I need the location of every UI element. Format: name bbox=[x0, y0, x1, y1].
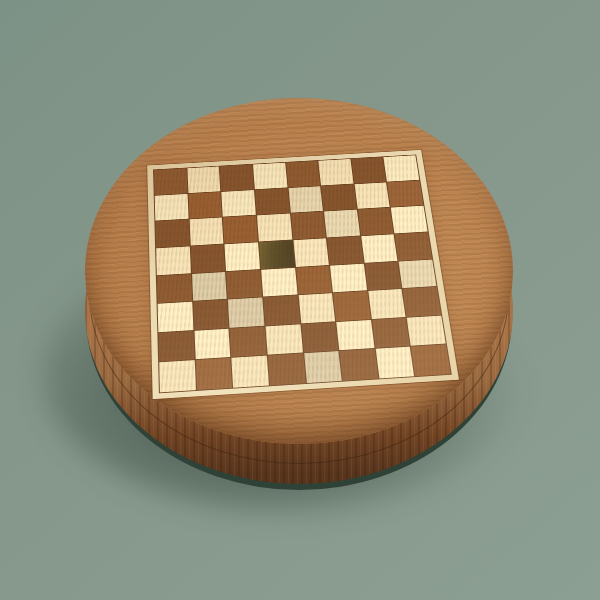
square-r8c1 bbox=[159, 360, 195, 392]
square-r7c2 bbox=[194, 329, 230, 360]
square-r6c5 bbox=[298, 293, 335, 323]
square-r5c8 bbox=[399, 259, 437, 288]
square-r2c2 bbox=[188, 192, 222, 219]
square-r6c1 bbox=[158, 302, 193, 332]
square-r3c5 bbox=[290, 212, 325, 240]
square-r3c6 bbox=[324, 210, 360, 238]
square-r1c1 bbox=[154, 168, 187, 194]
square-r5c4 bbox=[261, 267, 297, 296]
square-r7c5 bbox=[301, 322, 339, 353]
square-r5c1 bbox=[157, 274, 192, 303]
square-r4c4 bbox=[259, 240, 295, 268]
square-r2c6 bbox=[321, 184, 356, 211]
square-r2c3 bbox=[221, 190, 255, 217]
square-r1c5 bbox=[286, 161, 321, 187]
square-r7c1 bbox=[158, 331, 194, 362]
square-r6c3 bbox=[228, 298, 264, 328]
square-r1c3 bbox=[220, 165, 254, 191]
square-r1c8 bbox=[384, 155, 420, 181]
square-r2c1 bbox=[155, 194, 189, 221]
square-r7c6 bbox=[336, 320, 374, 351]
square-r1c6 bbox=[318, 159, 353, 185]
square-r4c7 bbox=[361, 234, 398, 262]
square-r5c7 bbox=[364, 261, 401, 290]
square-r5c3 bbox=[226, 270, 262, 299]
board-grid bbox=[154, 155, 451, 392]
square-r6c7 bbox=[368, 289, 406, 319]
square-r8c8 bbox=[411, 345, 450, 376]
square-r6c6 bbox=[333, 291, 370, 321]
square-r8c3 bbox=[232, 356, 269, 388]
square-r2c7 bbox=[354, 182, 390, 209]
square-r6c2 bbox=[193, 300, 229, 330]
square-r4c3 bbox=[225, 242, 260, 270]
square-r7c8 bbox=[407, 315, 446, 346]
square-r5c2 bbox=[192, 272, 227, 301]
square-r3c3 bbox=[223, 216, 258, 244]
square-r3c1 bbox=[155, 220, 189, 248]
square-r1c2 bbox=[187, 166, 220, 192]
square-r7c3 bbox=[230, 326, 267, 357]
square-r6c4 bbox=[263, 295, 300, 325]
square-r8c6 bbox=[340, 349, 379, 381]
square-r2c8 bbox=[387, 180, 423, 207]
square-r1c4 bbox=[253, 163, 287, 189]
square-r8c4 bbox=[268, 354, 306, 386]
square-r4c1 bbox=[156, 246, 190, 275]
square-r1c7 bbox=[351, 157, 386, 183]
square-r3c8 bbox=[391, 206, 428, 233]
square-r8c7 bbox=[375, 347, 414, 379]
chess-board bbox=[147, 150, 459, 399]
square-r8c5 bbox=[304, 351, 342, 383]
square-r3c7 bbox=[358, 208, 394, 236]
square-r7c7 bbox=[372, 318, 410, 349]
square-r2c5 bbox=[288, 186, 323, 213]
square-r3c2 bbox=[189, 218, 223, 246]
square-r4c5 bbox=[293, 238, 329, 266]
square-r4c6 bbox=[327, 236, 363, 264]
square-r8c2 bbox=[195, 358, 232, 390]
square-r6c8 bbox=[403, 287, 441, 317]
square-r3c4 bbox=[257, 214, 292, 242]
square-r2c4 bbox=[255, 188, 290, 215]
square-r7c4 bbox=[265, 324, 302, 355]
table-surface bbox=[0, 0, 600, 600]
square-r5c6 bbox=[330, 263, 367, 292]
square-r5c5 bbox=[296, 265, 333, 294]
square-r4c2 bbox=[190, 244, 225, 273]
square-r4c8 bbox=[395, 232, 432, 260]
